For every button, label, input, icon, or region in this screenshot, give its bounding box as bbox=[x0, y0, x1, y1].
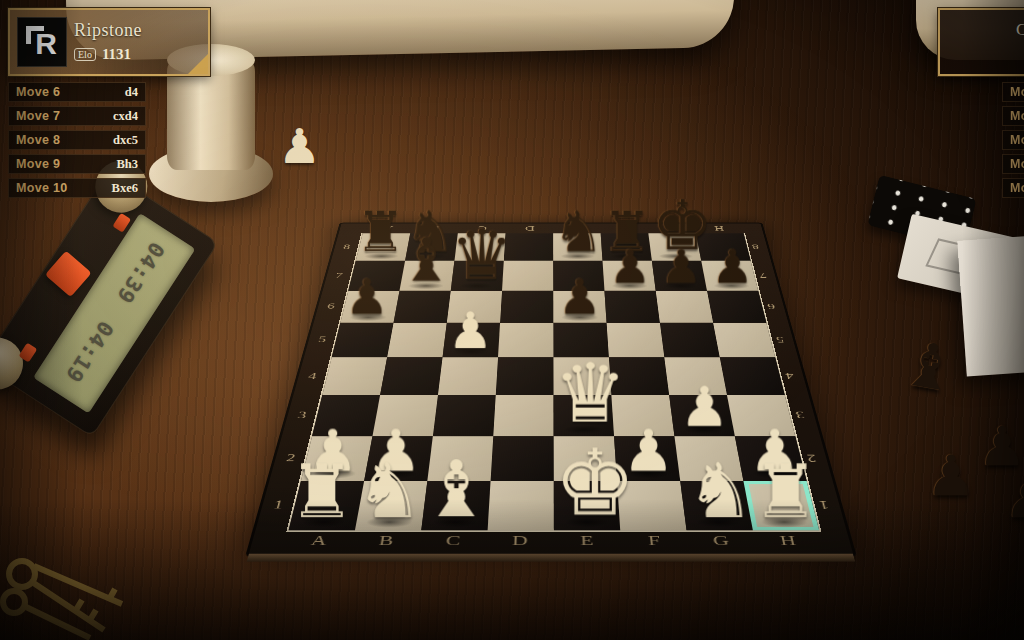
white-knight-b1[interactable]: ♞ bbox=[355, 453, 421, 529]
game-scene: ♟ 04:39 04:19 ABCDEFGH ABCDEFGH 87654321… bbox=[0, 0, 1024, 640]
square-c7[interactable]: ♛ bbox=[451, 261, 504, 291]
move-number-label: Move 6 bbox=[1010, 85, 1024, 99]
file-labels-top: ABCDEFGH bbox=[363, 224, 744, 232]
black-player-name: Computer bbox=[940, 20, 1024, 40]
square-g7[interactable]: ♟ bbox=[652, 261, 707, 291]
white-pawn-c5[interactable]: ♟ bbox=[443, 306, 498, 356]
file-label: D bbox=[506, 225, 554, 232]
white-pawn-g3[interactable]: ♟ bbox=[674, 380, 734, 435]
captured-white-pawn: ♟ bbox=[278, 122, 321, 170]
square-c1[interactable]: ♝ bbox=[421, 481, 490, 530]
square-d4[interactable] bbox=[496, 357, 554, 395]
file-label: F bbox=[600, 225, 648, 232]
move-number-label: Move 7 bbox=[16, 109, 60, 123]
square-c3[interactable] bbox=[433, 395, 496, 436]
black-rook-a8[interactable]: ♜ bbox=[356, 205, 405, 260]
file-labels-bottom: ABCDEFGH bbox=[283, 529, 825, 552]
black-pawn-e6[interactable]: ♟ bbox=[553, 273, 606, 322]
square-a6[interactable]: ♟ bbox=[340, 291, 399, 323]
white-queen-e3[interactable]: ♛ bbox=[554, 353, 614, 435]
file-label: E bbox=[553, 225, 601, 232]
white-player-name: Ripstone bbox=[74, 20, 142, 41]
ripstone-logo-letter: R bbox=[35, 27, 57, 61]
square-h7[interactable]: ♟ bbox=[701, 261, 758, 291]
move-row: Move 9 bbox=[1002, 154, 1024, 174]
square-c4[interactable] bbox=[438, 357, 498, 395]
square-h1[interactable]: ♜ bbox=[743, 481, 819, 530]
rank-label: 8 bbox=[340, 233, 355, 261]
black-pawn-f7[interactable]: ♟ bbox=[604, 243, 655, 290]
black-pawn-a6[interactable]: ♟ bbox=[341, 273, 394, 322]
square-d3[interactable] bbox=[493, 395, 553, 436]
move-san: cxd4 bbox=[113, 109, 138, 124]
move-row: Move 10 bbox=[1002, 178, 1024, 198]
square-b1[interactable]: ♞ bbox=[355, 481, 427, 530]
board-edge bbox=[247, 554, 856, 562]
chess-board: ♜♞♞♜♚♝♛♟♟♟♟♟♟♛♟♟♟♟♟♜♞♝♚♞♜ bbox=[289, 233, 820, 530]
rank-label: 5 bbox=[314, 323, 332, 358]
file-label: B bbox=[351, 532, 421, 549]
white-king-e1[interactable]: ♚ bbox=[554, 437, 620, 529]
move-number-label: Move 6 bbox=[16, 85, 60, 99]
move-number-label: Move 9 bbox=[16, 157, 60, 171]
square-c5[interactable]: ♟ bbox=[443, 323, 501, 358]
move-san: Bh3 bbox=[116, 157, 138, 172]
move-san: dxc5 bbox=[113, 133, 138, 148]
square-b5[interactable] bbox=[387, 323, 447, 358]
move-san: Bxe6 bbox=[112, 181, 138, 196]
move-row: Move 7cxd4 bbox=[8, 106, 146, 126]
square-f6[interactable] bbox=[604, 291, 659, 323]
black-bishop-b7[interactable]: ♝ bbox=[400, 230, 451, 290]
square-h5[interactable] bbox=[713, 323, 775, 358]
white-knight-g1[interactable]: ♞ bbox=[686, 453, 752, 529]
move-row: Move 6d4 bbox=[8, 82, 146, 102]
chess-board-scene: ABCDEFGH ABCDEFGH 87654321 87654321 ♜♞♞♜… bbox=[245, 223, 857, 557]
keys bbox=[0, 544, 164, 640]
file-label: D bbox=[486, 532, 553, 549]
square-a1[interactable]: ♜ bbox=[289, 481, 364, 530]
white-bishop-c1[interactable]: ♝ bbox=[421, 451, 487, 529]
square-d1[interactable] bbox=[488, 481, 554, 530]
rank-label: 1 bbox=[267, 481, 290, 530]
move-number-label: Move 7 bbox=[1010, 109, 1024, 123]
move-number-label: Move 10 bbox=[16, 181, 67, 195]
captured-black-pawn: ♟ bbox=[926, 448, 976, 504]
square-a4[interactable] bbox=[322, 357, 387, 395]
square-g6[interactable] bbox=[656, 291, 713, 323]
square-h6[interactable] bbox=[707, 291, 766, 323]
file-label: C bbox=[419, 532, 488, 549]
planter bbox=[957, 235, 1024, 376]
file-label: G bbox=[647, 225, 695, 232]
elo-badge-icon: Elo bbox=[74, 48, 96, 61]
move-row: Move 7 bbox=[1002, 106, 1024, 126]
captured-black-bishop: ♝ bbox=[897, 332, 963, 403]
file-label: C bbox=[458, 225, 506, 232]
square-g1[interactable]: ♞ bbox=[680, 481, 753, 530]
square-b4[interactable] bbox=[380, 357, 442, 395]
file-label: A bbox=[363, 225, 412, 232]
square-d6[interactable] bbox=[500, 291, 553, 323]
player-panel-white: R Ripstone Elo 1131 bbox=[8, 8, 210, 76]
chess-board-frame: ABCDEFGH ABCDEFGH 87654321 87654321 ♜♞♞♜… bbox=[245, 223, 857, 557]
square-f7[interactable]: ♟ bbox=[603, 261, 656, 291]
move-san: d4 bbox=[125, 85, 138, 100]
move-row: Move 8 bbox=[1002, 130, 1024, 150]
white-move-list: Move 6d4Move 7cxd4Move 8dxc5Move 9Bh3Mov… bbox=[8, 82, 146, 198]
white-player-elo: 1131 bbox=[102, 46, 131, 63]
move-row: Move 8dxc5 bbox=[8, 130, 146, 150]
file-label: G bbox=[687, 532, 757, 549]
square-b7[interactable]: ♝ bbox=[400, 261, 455, 291]
captured-black-pawn: ♟ bbox=[1004, 468, 1024, 526]
black-pawn-g7[interactable]: ♟ bbox=[656, 243, 707, 290]
ripstone-logo: R bbox=[17, 17, 67, 67]
file-label: H bbox=[694, 225, 743, 232]
move-row: Move 10Bxe6 bbox=[8, 178, 146, 198]
file-label: E bbox=[554, 532, 622, 549]
player-panel-black: Computer Elo bbox=[938, 8, 1024, 76]
move-number-label: Move 8 bbox=[1010, 133, 1024, 147]
move-number-label: Move 9 bbox=[1010, 157, 1024, 171]
move-number-label: Move 10 bbox=[1010, 181, 1024, 195]
file-label: H bbox=[753, 532, 824, 549]
move-number-label: Move 8 bbox=[16, 133, 60, 147]
square-d5[interactable] bbox=[498, 323, 553, 358]
square-e8[interactable]: ♞ bbox=[553, 233, 602, 261]
white-rook-a1[interactable]: ♜ bbox=[289, 455, 355, 529]
move-row: Move 9Bh3 bbox=[8, 154, 146, 174]
rank-label: 6 bbox=[323, 291, 340, 323]
black-pawn-h7[interactable]: ♟ bbox=[707, 243, 758, 290]
square-e6[interactable]: ♟ bbox=[553, 291, 606, 323]
square-a5[interactable] bbox=[332, 323, 394, 358]
rank-label: 4 bbox=[303, 357, 322, 395]
square-d2[interactable] bbox=[491, 436, 554, 481]
square-e1[interactable]: ♚ bbox=[554, 481, 620, 530]
square-g5[interactable] bbox=[660, 323, 720, 358]
file-label: A bbox=[284, 532, 355, 549]
black-move-list: Move 6Move 7Move 8Move 9Move 10 bbox=[1002, 82, 1024, 198]
move-row: Move 6 bbox=[1002, 82, 1024, 102]
file-label: F bbox=[620, 532, 689, 549]
file-label: B bbox=[410, 225, 458, 232]
